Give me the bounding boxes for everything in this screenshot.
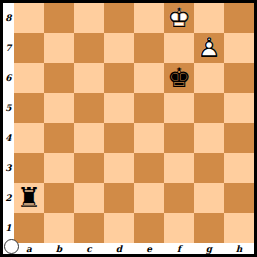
square-g4[interactable] bbox=[194, 123, 224, 153]
white-king-fill: ♚ bbox=[164, 3, 194, 33]
square-c5[interactable] bbox=[74, 93, 104, 123]
square-d4[interactable] bbox=[104, 123, 134, 153]
square-e4[interactable] bbox=[134, 123, 164, 153]
square-b8[interactable] bbox=[44, 3, 74, 33]
square-g8[interactable] bbox=[194, 3, 224, 33]
square-h5[interactable] bbox=[224, 93, 254, 123]
white-pawn-fill: ♟ bbox=[194, 33, 224, 63]
square-c2[interactable] bbox=[74, 183, 104, 213]
square-a1[interactable] bbox=[14, 213, 44, 243]
square-g1[interactable] bbox=[194, 213, 224, 243]
white-king[interactable]: ♔ bbox=[164, 3, 194, 33]
square-f8[interactable]: ♚♔ bbox=[164, 3, 194, 33]
square-h8[interactable] bbox=[224, 3, 254, 33]
square-d6[interactable] bbox=[104, 63, 134, 93]
rank-label-6: 6 bbox=[3, 63, 14, 93]
white-pawn[interactable]: ♙ bbox=[194, 33, 224, 63]
file-label-e: e bbox=[134, 243, 164, 254]
square-e2[interactable] bbox=[134, 183, 164, 213]
square-d1[interactable] bbox=[104, 213, 134, 243]
board[interactable]: ♚♔♟♙♚♜ bbox=[14, 3, 254, 243]
square-c3[interactable] bbox=[74, 153, 104, 183]
square-d3[interactable] bbox=[104, 153, 134, 183]
black-rook[interactable]: ♜ bbox=[14, 183, 44, 213]
file-label-b: b bbox=[44, 243, 74, 254]
square-h3[interactable] bbox=[224, 153, 254, 183]
square-b2[interactable] bbox=[44, 183, 74, 213]
file-label-g: g bbox=[194, 243, 224, 254]
square-b7[interactable] bbox=[44, 33, 74, 63]
square-b4[interactable] bbox=[44, 123, 74, 153]
rank-label-3: 3 bbox=[3, 153, 14, 183]
square-e1[interactable] bbox=[134, 213, 164, 243]
square-f7[interactable] bbox=[164, 33, 194, 63]
square-d2[interactable] bbox=[104, 183, 134, 213]
square-h7[interactable] bbox=[224, 33, 254, 63]
file-label-c: c bbox=[74, 243, 104, 254]
square-d7[interactable] bbox=[104, 33, 134, 63]
rank-label-7: 7 bbox=[3, 33, 14, 63]
file-label-d: d bbox=[104, 243, 134, 254]
square-e5[interactable] bbox=[134, 93, 164, 123]
square-h1[interactable] bbox=[224, 213, 254, 243]
square-f6[interactable]: ♚ bbox=[164, 63, 194, 93]
square-e8[interactable] bbox=[134, 3, 164, 33]
square-e7[interactable] bbox=[134, 33, 164, 63]
square-c7[interactable] bbox=[74, 33, 104, 63]
file-label-h: h bbox=[224, 243, 254, 254]
rank-label-2: 2 bbox=[3, 183, 14, 213]
square-f4[interactable] bbox=[164, 123, 194, 153]
square-d5[interactable] bbox=[104, 93, 134, 123]
square-b6[interactable] bbox=[44, 63, 74, 93]
square-c6[interactable] bbox=[74, 63, 104, 93]
square-e3[interactable] bbox=[134, 153, 164, 183]
square-h2[interactable] bbox=[224, 183, 254, 213]
square-f2[interactable] bbox=[164, 183, 194, 213]
file-labels: abcdefgh bbox=[14, 243, 254, 254]
square-c8[interactable] bbox=[74, 3, 104, 33]
square-b1[interactable] bbox=[44, 213, 74, 243]
rank-label-8: 8 bbox=[3, 3, 14, 33]
square-g7[interactable]: ♟♙ bbox=[194, 33, 224, 63]
square-g2[interactable] bbox=[194, 183, 224, 213]
square-b3[interactable] bbox=[44, 153, 74, 183]
chess-diagram: 87654321 ♚♔♟♙♚♜ abcdefgh bbox=[0, 0, 257, 257]
square-a3[interactable] bbox=[14, 153, 44, 183]
square-g3[interactable] bbox=[194, 153, 224, 183]
square-f3[interactable] bbox=[164, 153, 194, 183]
file-label-a: a bbox=[14, 243, 44, 254]
square-a4[interactable] bbox=[14, 123, 44, 153]
file-label-f: f bbox=[164, 243, 194, 254]
square-h6[interactable] bbox=[224, 63, 254, 93]
rank-labels: 87654321 bbox=[3, 3, 14, 243]
square-a7[interactable] bbox=[14, 33, 44, 63]
square-e6[interactable] bbox=[134, 63, 164, 93]
square-g6[interactable] bbox=[194, 63, 224, 93]
square-h4[interactable] bbox=[224, 123, 254, 153]
square-a5[interactable] bbox=[14, 93, 44, 123]
square-c1[interactable] bbox=[74, 213, 104, 243]
square-g5[interactable] bbox=[194, 93, 224, 123]
square-f5[interactable] bbox=[164, 93, 194, 123]
square-a6[interactable] bbox=[14, 63, 44, 93]
square-d8[interactable] bbox=[104, 3, 134, 33]
black-king[interactable]: ♚ bbox=[164, 63, 194, 93]
square-a2[interactable]: ♜ bbox=[14, 183, 44, 213]
rank-label-4: 4 bbox=[3, 123, 14, 153]
square-f1[interactable] bbox=[164, 213, 194, 243]
square-b5[interactable] bbox=[44, 93, 74, 123]
square-a8[interactable] bbox=[14, 3, 44, 33]
white-to-move-indicator bbox=[4, 239, 19, 254]
square-c4[interactable] bbox=[74, 123, 104, 153]
rank-label-5: 5 bbox=[3, 93, 14, 123]
